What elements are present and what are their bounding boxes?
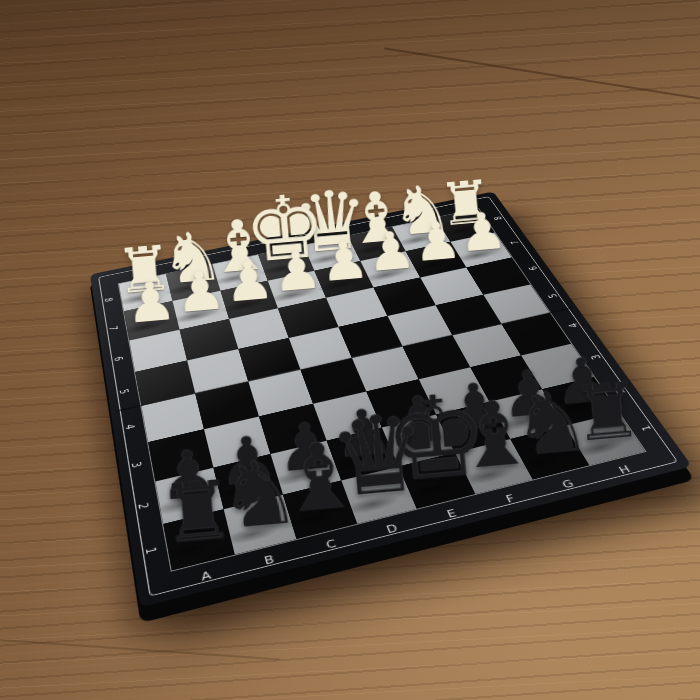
file-label-c: C <box>325 538 339 551</box>
rank-label-left-6: 6 <box>112 356 123 363</box>
file-label-d: D <box>385 522 400 535</box>
piece-white-pawn-b7: ♟ <box>173 263 227 321</box>
chess-board: ABCDEFGH1122334455667788♜♞♝♚♛♝♞♜♟♟♟♟♟♟♟♟… <box>90 191 692 607</box>
rank-label-left-4: 4 <box>123 423 135 431</box>
file-label-a: A <box>200 569 213 582</box>
rank-label-left-1: 1 <box>143 546 157 556</box>
rank-label-right-7: 7 <box>510 239 521 244</box>
piece-white-pawn-e7: ♟ <box>318 233 371 290</box>
file-label-e: E <box>445 508 458 520</box>
rank-label-left-8: 8 <box>103 297 113 303</box>
file-label-f: F <box>504 493 517 505</box>
rank-label-left-5: 5 <box>118 388 129 395</box>
rank-label-left-7: 7 <box>107 326 118 332</box>
rank-label-left-3: 3 <box>129 461 141 469</box>
file-label-b: B <box>263 553 276 566</box>
file-label-g: G <box>560 478 576 490</box>
piece-white-pawn-h7: ♟ <box>456 204 508 260</box>
file-label-h: H <box>617 464 633 476</box>
wood-plank-seam <box>384 47 700 102</box>
piece-white-pawn-f7: ♟ <box>365 223 418 279</box>
piece-white-pawn-a7: ♟ <box>124 273 179 331</box>
piece-white-pawn-c7: ♟ <box>222 253 276 311</box>
rank-label-right-4: 4 <box>568 322 581 328</box>
piece-white-pawn-g7: ♟ <box>411 214 464 270</box>
wood-plank-seam <box>0 638 280 661</box>
rank-label-right-6: 6 <box>528 265 540 271</box>
piece-white-pawn-d7: ♟ <box>270 243 324 300</box>
photo-scene: { "game": "chess", "scene": { "descripti… <box>0 0 700 700</box>
rank-label-right-5: 5 <box>547 293 559 299</box>
piece-black-rook-a1: ♜ <box>157 470 238 557</box>
rank-label-left-2: 2 <box>136 502 149 511</box>
